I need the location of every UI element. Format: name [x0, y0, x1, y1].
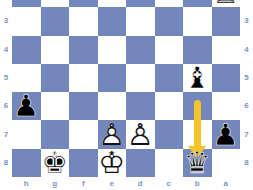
white-rook[interactable]: ♜♖: [212, 0, 239, 7]
square-c5[interactable]: [155, 64, 184, 92]
square-f2[interactable]: [69, 0, 98, 7]
chess-board-panel: ♜♖♝♟♟♙♟♙♟♚♚♔♛ 345678 345678 hgfedcba: [0, 0, 253, 190]
square-d2[interactable]: [126, 0, 155, 7]
black-pawn[interactable]: ♟: [212, 121, 239, 149]
square-a8[interactable]: [212, 149, 241, 177]
rank-label-4: 4: [241, 45, 253, 55]
rank-label-8: 8: [0, 158, 12, 168]
rank-label-7: 7: [0, 130, 12, 140]
square-g6[interactable]: [41, 92, 70, 120]
white-rook-outline: ♖: [212, 0, 239, 7]
square-c4[interactable]: [155, 36, 184, 64]
square-a3[interactable]: [212, 7, 241, 35]
square-f6[interactable]: [69, 92, 98, 120]
square-d8[interactable]: [126, 149, 155, 177]
square-c6[interactable]: [155, 92, 184, 120]
square-b2[interactable]: [183, 0, 212, 7]
file-label-f: f: [77, 179, 89, 189]
file-label-b: b: [191, 179, 203, 189]
square-a5[interactable]: [212, 64, 241, 92]
square-f8[interactable]: [69, 149, 98, 177]
square-f7[interactable]: [69, 120, 98, 148]
square-a2[interactable]: ♜♖: [212, 0, 241, 7]
square-g2[interactable]: [41, 0, 70, 7]
file-label-e: e: [106, 179, 118, 189]
square-g8[interactable]: ♚: [41, 149, 70, 177]
rank-label-3: 3: [241, 16, 253, 26]
square-a4[interactable]: [212, 36, 241, 64]
square-e5[interactable]: [98, 64, 127, 92]
file-label-a: a: [220, 179, 232, 189]
square-e4[interactable]: [98, 36, 127, 64]
rank-label-6: 6: [0, 101, 12, 111]
square-h4[interactable]: [12, 36, 41, 64]
square-h7[interactable]: [12, 120, 41, 148]
square-d4[interactable]: [126, 36, 155, 64]
square-g5[interactable]: [41, 64, 70, 92]
rank-label-7: 7: [241, 130, 253, 140]
black-pawn[interactable]: ♟: [13, 92, 40, 120]
rank-label-3: 3: [0, 16, 12, 26]
square-g3[interactable]: [41, 7, 70, 35]
square-d5[interactable]: [126, 64, 155, 92]
square-h2[interactable]: [12, 0, 41, 7]
square-d7[interactable]: ♟♙: [126, 120, 155, 148]
square-g4[interactable]: [41, 36, 70, 64]
square-h8[interactable]: [12, 149, 41, 177]
file-label-c: c: [163, 179, 175, 189]
white-pawn[interactable]: ♟♙: [127, 121, 154, 149]
rank-label-8: 8: [241, 158, 253, 168]
black-king[interactable]: ♚: [41, 149, 68, 177]
rank-label-5: 5: [0, 73, 12, 83]
file-label-h: h: [20, 179, 32, 189]
square-e2[interactable]: [98, 0, 127, 7]
file-label-g: g: [49, 179, 61, 189]
move-arrow-shaft: [194, 100, 201, 147]
square-e3[interactable]: [98, 7, 127, 35]
white-pawn-outline: ♙: [127, 121, 154, 149]
square-f5[interactable]: [69, 64, 98, 92]
square-h3[interactable]: [12, 7, 41, 35]
square-e8[interactable]: ♚♔: [98, 149, 127, 177]
square-h6[interactable]: ♟: [12, 92, 41, 120]
square-c7[interactable]: [155, 120, 184, 148]
rank-label-6: 6: [241, 101, 253, 111]
square-c3[interactable]: [155, 7, 184, 35]
square-c8[interactable]: [155, 149, 184, 177]
square-b8[interactable]: ♛: [183, 149, 212, 177]
white-king[interactable]: ♚♔: [98, 149, 125, 177]
file-label-d: d: [134, 179, 146, 189]
black-bishop[interactable]: ♝: [184, 64, 211, 92]
square-f4[interactable]: [69, 36, 98, 64]
chess-board: ♜♖♝♟♟♙♟♙♟♚♚♔♛: [12, 0, 240, 177]
rank-label-4: 4: [0, 45, 12, 55]
rank-label-5: 5: [241, 73, 253, 83]
black-queen[interactable]: ♛: [184, 149, 211, 177]
square-f3[interactable]: [69, 7, 98, 35]
square-b3[interactable]: [183, 7, 212, 35]
square-c2[interactable]: [155, 0, 184, 7]
square-a7[interactable]: ♟: [212, 120, 241, 148]
square-b5[interactable]: ♝: [183, 64, 212, 92]
square-d3[interactable]: [126, 7, 155, 35]
white-king-outline: ♔: [98, 149, 125, 177]
